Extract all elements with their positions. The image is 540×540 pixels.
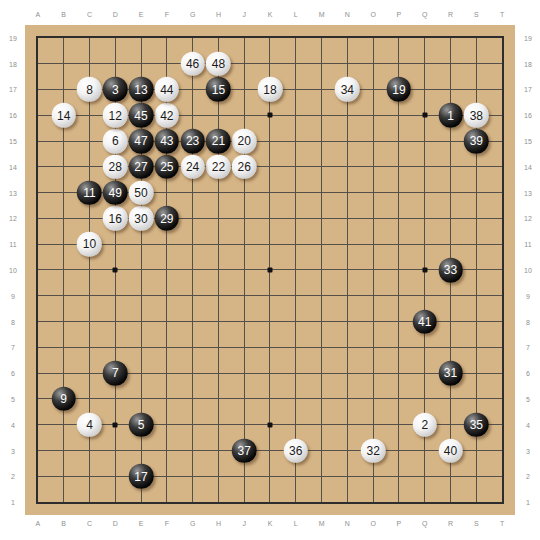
- intersection-J11[interactable]: [231, 231, 257, 257]
- intersection-M10[interactable]: [309, 257, 335, 283]
- intersection-F6[interactable]: [154, 360, 180, 386]
- intersection-R12[interactable]: [438, 206, 464, 232]
- intersection-J1[interactable]: [231, 489, 257, 515]
- intersection-D18[interactable]: [102, 51, 128, 77]
- intersection-P19[interactable]: [386, 25, 412, 51]
- intersection-M9[interactable]: [309, 283, 335, 309]
- intersection-B2[interactable]: [51, 463, 77, 489]
- intersection-O10[interactable]: [360, 257, 386, 283]
- intersection-P9[interactable]: [386, 283, 412, 309]
- intersection-J10[interactable]: [231, 257, 257, 283]
- intersection-G2[interactable]: [180, 463, 206, 489]
- intersection-Q17[interactable]: [412, 77, 438, 103]
- intersection-G16[interactable]: [180, 102, 206, 128]
- intersection-M13[interactable]: [309, 180, 335, 206]
- intersection-O13[interactable]: [360, 180, 386, 206]
- intersection-H3[interactable]: [206, 438, 232, 464]
- intersection-G9[interactable]: [180, 283, 206, 309]
- intersection-J4[interactable]: [231, 412, 257, 438]
- intersection-K5[interactable]: [257, 386, 283, 412]
- intersection-T6[interactable]: [489, 360, 515, 386]
- intersection-D1[interactable]: [102, 489, 128, 515]
- intersection-R11[interactable]: [438, 231, 464, 257]
- intersection-A18[interactable]: [25, 51, 51, 77]
- intersection-P6[interactable]: [386, 360, 412, 386]
- intersection-S13[interactable]: [463, 180, 489, 206]
- intersection-M3[interactable]: [309, 438, 335, 464]
- intersection-T2[interactable]: [489, 463, 515, 489]
- intersection-L19[interactable]: [283, 25, 309, 51]
- intersection-J17[interactable]: [231, 77, 257, 103]
- intersection-N18[interactable]: [334, 51, 360, 77]
- intersection-N15[interactable]: [334, 128, 360, 154]
- intersection-N13[interactable]: [334, 180, 360, 206]
- intersection-P4[interactable]: [386, 412, 412, 438]
- intersection-N12[interactable]: [334, 206, 360, 232]
- intersection-S6[interactable]: [463, 360, 489, 386]
- intersection-Q11[interactable]: [412, 231, 438, 257]
- intersection-L14[interactable]: [283, 154, 309, 180]
- intersection-Q5[interactable]: [412, 386, 438, 412]
- intersection-G5[interactable]: [180, 386, 206, 412]
- intersection-Q2[interactable]: [412, 463, 438, 489]
- intersection-A5[interactable]: [25, 386, 51, 412]
- intersection-S1[interactable]: [463, 489, 489, 515]
- intersection-H11[interactable]: [206, 231, 232, 257]
- intersection-A10[interactable]: [25, 257, 51, 283]
- intersection-Q1[interactable]: [412, 489, 438, 515]
- intersection-H2[interactable]: [206, 463, 232, 489]
- intersection-Q7[interactable]: [412, 334, 438, 360]
- intersection-C9[interactable]: [77, 283, 103, 309]
- intersection-C7[interactable]: [77, 334, 103, 360]
- intersection-E1[interactable]: [128, 489, 154, 515]
- intersection-E3[interactable]: [128, 438, 154, 464]
- intersection-N7[interactable]: [334, 334, 360, 360]
- intersection-O15[interactable]: [360, 128, 386, 154]
- intersection-B12[interactable]: [51, 206, 77, 232]
- intersection-S10[interactable]: [463, 257, 489, 283]
- intersection-C8[interactable]: [77, 309, 103, 335]
- intersection-L5[interactable]: [283, 386, 309, 412]
- intersection-K14[interactable]: [257, 154, 283, 180]
- intersection-H1[interactable]: [206, 489, 232, 515]
- intersection-N4[interactable]: [334, 412, 360, 438]
- intersection-R8[interactable]: [438, 309, 464, 335]
- intersection-C1[interactable]: [77, 489, 103, 515]
- intersection-A11[interactable]: [25, 231, 51, 257]
- intersection-Q18[interactable]: [412, 51, 438, 77]
- intersection-G7[interactable]: [180, 334, 206, 360]
- intersection-T7[interactable]: [489, 334, 515, 360]
- intersection-M5[interactable]: [309, 386, 335, 412]
- intersection-L2[interactable]: [283, 463, 309, 489]
- intersection-C14[interactable]: [77, 154, 103, 180]
- intersection-R2[interactable]: [438, 463, 464, 489]
- intersection-S11[interactable]: [463, 231, 489, 257]
- intersection-J8[interactable]: [231, 309, 257, 335]
- intersection-A17[interactable]: [25, 77, 51, 103]
- intersection-K7[interactable]: [257, 334, 283, 360]
- intersection-P1[interactable]: [386, 489, 412, 515]
- intersection-J16[interactable]: [231, 102, 257, 128]
- intersection-R7[interactable]: [438, 334, 464, 360]
- intersection-T19[interactable]: [489, 25, 515, 51]
- intersection-O18[interactable]: [360, 51, 386, 77]
- intersection-F3[interactable]: [154, 438, 180, 464]
- intersection-O2[interactable]: [360, 463, 386, 489]
- intersection-K2[interactable]: [257, 463, 283, 489]
- intersection-B17[interactable]: [51, 77, 77, 103]
- intersection-F19[interactable]: [154, 25, 180, 51]
- intersection-A12[interactable]: [25, 206, 51, 232]
- intersection-Q13[interactable]: [412, 180, 438, 206]
- intersection-K12[interactable]: [257, 206, 283, 232]
- intersection-Q19[interactable]: [412, 25, 438, 51]
- intersection-O1[interactable]: [360, 489, 386, 515]
- intersection-F18[interactable]: [154, 51, 180, 77]
- intersection-R1[interactable]: [438, 489, 464, 515]
- intersection-O17[interactable]: [360, 77, 386, 103]
- intersection-F9[interactable]: [154, 283, 180, 309]
- intersection-T16[interactable]: [489, 102, 515, 128]
- intersection-N3[interactable]: [334, 438, 360, 464]
- intersection-R14[interactable]: [438, 154, 464, 180]
- intersection-T18[interactable]: [489, 51, 515, 77]
- intersection-J5[interactable]: [231, 386, 257, 412]
- intersection-F5[interactable]: [154, 386, 180, 412]
- intersection-S18[interactable]: [463, 51, 489, 77]
- intersection-G8[interactable]: [180, 309, 206, 335]
- intersection-M11[interactable]: [309, 231, 335, 257]
- intersection-A2[interactable]: [25, 463, 51, 489]
- intersection-T15[interactable]: [489, 128, 515, 154]
- intersection-P13[interactable]: [386, 180, 412, 206]
- intersection-L16[interactable]: [283, 102, 309, 128]
- intersection-A15[interactable]: [25, 128, 51, 154]
- intersection-N10[interactable]: [334, 257, 360, 283]
- intersection-M18[interactable]: [309, 51, 335, 77]
- intersection-P2[interactable]: [386, 463, 412, 489]
- intersection-E6[interactable]: [128, 360, 154, 386]
- intersection-N14[interactable]: [334, 154, 360, 180]
- intersection-B19[interactable]: [51, 25, 77, 51]
- intersection-G12[interactable]: [180, 206, 206, 232]
- intersection-R9[interactable]: [438, 283, 464, 309]
- intersection-B1[interactable]: [51, 489, 77, 515]
- intersection-B7[interactable]: [51, 334, 77, 360]
- intersection-C2[interactable]: [77, 463, 103, 489]
- intersection-P8[interactable]: [386, 309, 412, 335]
- intersection-N19[interactable]: [334, 25, 360, 51]
- intersection-F4[interactable]: [154, 412, 180, 438]
- intersection-N11[interactable]: [334, 231, 360, 257]
- intersection-C3[interactable]: [77, 438, 103, 464]
- intersection-S9[interactable]: [463, 283, 489, 309]
- intersection-P11[interactable]: [386, 231, 412, 257]
- intersection-C18[interactable]: [77, 51, 103, 77]
- intersection-O4[interactable]: [360, 412, 386, 438]
- intersection-E8[interactable]: [128, 309, 154, 335]
- intersection-T14[interactable]: [489, 154, 515, 180]
- intersection-Q3[interactable]: [412, 438, 438, 464]
- intersection-G4[interactable]: [180, 412, 206, 438]
- intersection-L6[interactable]: [283, 360, 309, 386]
- intersection-M17[interactable]: [309, 77, 335, 103]
- intersection-G6[interactable]: [180, 360, 206, 386]
- intersection-O11[interactable]: [360, 231, 386, 257]
- intersection-K9[interactable]: [257, 283, 283, 309]
- intersection-G3[interactable]: [180, 438, 206, 464]
- intersection-B3[interactable]: [51, 438, 77, 464]
- intersection-O12[interactable]: [360, 206, 386, 232]
- intersection-D11[interactable]: [102, 231, 128, 257]
- intersection-S8[interactable]: [463, 309, 489, 335]
- intersection-T5[interactable]: [489, 386, 515, 412]
- intersection-L1[interactable]: [283, 489, 309, 515]
- intersection-D3[interactable]: [102, 438, 128, 464]
- intersection-D7[interactable]: [102, 334, 128, 360]
- intersection-A19[interactable]: [25, 25, 51, 51]
- intersection-F7[interactable]: [154, 334, 180, 360]
- intersection-L8[interactable]: [283, 309, 309, 335]
- intersection-F8[interactable]: [154, 309, 180, 335]
- intersection-S17[interactable]: [463, 77, 489, 103]
- intersection-M14[interactable]: [309, 154, 335, 180]
- intersection-N8[interactable]: [334, 309, 360, 335]
- intersection-E19[interactable]: [128, 25, 154, 51]
- intersection-O7[interactable]: [360, 334, 386, 360]
- intersection-P18[interactable]: [386, 51, 412, 77]
- intersection-H12[interactable]: [206, 206, 232, 232]
- intersection-T13[interactable]: [489, 180, 515, 206]
- intersection-N16[interactable]: [334, 102, 360, 128]
- intersection-H9[interactable]: [206, 283, 232, 309]
- intersection-R15[interactable]: [438, 128, 464, 154]
- intersection-H13[interactable]: [206, 180, 232, 206]
- intersection-K18[interactable]: [257, 51, 283, 77]
- intersection-H7[interactable]: [206, 334, 232, 360]
- intersection-S12[interactable]: [463, 206, 489, 232]
- intersection-B18[interactable]: [51, 51, 77, 77]
- intersection-S14[interactable]: [463, 154, 489, 180]
- intersection-F11[interactable]: [154, 231, 180, 257]
- intersection-A9[interactable]: [25, 283, 51, 309]
- intersection-N5[interactable]: [334, 386, 360, 412]
- intersection-S2[interactable]: [463, 463, 489, 489]
- intersection-P5[interactable]: [386, 386, 412, 412]
- intersection-M19[interactable]: [309, 25, 335, 51]
- intersection-N1[interactable]: [334, 489, 360, 515]
- intersection-R19[interactable]: [438, 25, 464, 51]
- intersection-K19[interactable]: [257, 25, 283, 51]
- intersection-K1[interactable]: [257, 489, 283, 515]
- intersection-J7[interactable]: [231, 334, 257, 360]
- intersection-G10[interactable]: [180, 257, 206, 283]
- intersection-T10[interactable]: [489, 257, 515, 283]
- intersection-B4[interactable]: [51, 412, 77, 438]
- intersection-P3[interactable]: [386, 438, 412, 464]
- intersection-J2[interactable]: [231, 463, 257, 489]
- intersection-Q6[interactable]: [412, 360, 438, 386]
- intersection-Q9[interactable]: [412, 283, 438, 309]
- intersection-O14[interactable]: [360, 154, 386, 180]
- intersection-S7[interactable]: [463, 334, 489, 360]
- intersection-F10[interactable]: [154, 257, 180, 283]
- intersection-A14[interactable]: [25, 154, 51, 180]
- intersection-O19[interactable]: [360, 25, 386, 51]
- intersection-F13[interactable]: [154, 180, 180, 206]
- intersection-M4[interactable]: [309, 412, 335, 438]
- intersection-P14[interactable]: [386, 154, 412, 180]
- intersection-H19[interactable]: [206, 25, 232, 51]
- intersection-A13[interactable]: [25, 180, 51, 206]
- intersection-N6[interactable]: [334, 360, 360, 386]
- intersection-H8[interactable]: [206, 309, 232, 335]
- intersection-G13[interactable]: [180, 180, 206, 206]
- intersection-T17[interactable]: [489, 77, 515, 103]
- intersection-O6[interactable]: [360, 360, 386, 386]
- intersection-K6[interactable]: [257, 360, 283, 386]
- intersection-O5[interactable]: [360, 386, 386, 412]
- intersection-S19[interactable]: [463, 25, 489, 51]
- intersection-J18[interactable]: [231, 51, 257, 77]
- intersection-L15[interactable]: [283, 128, 309, 154]
- intersection-T8[interactable]: [489, 309, 515, 335]
- intersection-K11[interactable]: [257, 231, 283, 257]
- intersection-J19[interactable]: [231, 25, 257, 51]
- intersection-N9[interactable]: [334, 283, 360, 309]
- intersection-C19[interactable]: [77, 25, 103, 51]
- intersection-P16[interactable]: [386, 102, 412, 128]
- intersection-G17[interactable]: [180, 77, 206, 103]
- intersection-C5[interactable]: [77, 386, 103, 412]
- intersection-O16[interactable]: [360, 102, 386, 128]
- intersection-E5[interactable]: [128, 386, 154, 412]
- intersection-P10[interactable]: [386, 257, 412, 283]
- intersection-T12[interactable]: [489, 206, 515, 232]
- intersection-K15[interactable]: [257, 128, 283, 154]
- intersection-R4[interactable]: [438, 412, 464, 438]
- intersection-O8[interactable]: [360, 309, 386, 335]
- intersection-L18[interactable]: [283, 51, 309, 77]
- intersection-H5[interactable]: [206, 386, 232, 412]
- intersection-B14[interactable]: [51, 154, 77, 180]
- intersection-E10[interactable]: [128, 257, 154, 283]
- intersection-C6[interactable]: [77, 360, 103, 386]
- intersection-P12[interactable]: [386, 206, 412, 232]
- intersection-E7[interactable]: [128, 334, 154, 360]
- intersection-C10[interactable]: [77, 257, 103, 283]
- intersection-D2[interactable]: [102, 463, 128, 489]
- intersection-B15[interactable]: [51, 128, 77, 154]
- intersection-P7[interactable]: [386, 334, 412, 360]
- intersection-O9[interactable]: [360, 283, 386, 309]
- intersection-L10[interactable]: [283, 257, 309, 283]
- intersection-S3[interactable]: [463, 438, 489, 464]
- intersection-A6[interactable]: [25, 360, 51, 386]
- intersection-K13[interactable]: [257, 180, 283, 206]
- intersection-H6[interactable]: [206, 360, 232, 386]
- intersection-A8[interactable]: [25, 309, 51, 335]
- intersection-J12[interactable]: [231, 206, 257, 232]
- intersection-M1[interactable]: [309, 489, 335, 515]
- intersection-T9[interactable]: [489, 283, 515, 309]
- intersection-E9[interactable]: [128, 283, 154, 309]
- intersection-M12[interactable]: [309, 206, 335, 232]
- intersection-L12[interactable]: [283, 206, 309, 232]
- intersection-H16[interactable]: [206, 102, 232, 128]
- intersection-J6[interactable]: [231, 360, 257, 386]
- intersection-L7[interactable]: [283, 334, 309, 360]
- intersection-H4[interactable]: [206, 412, 232, 438]
- intersection-K8[interactable]: [257, 309, 283, 335]
- intersection-A1[interactable]: [25, 489, 51, 515]
- go-board[interactable]: 1234567891011121314151617181920212223242…: [25, 25, 515, 515]
- intersection-F2[interactable]: [154, 463, 180, 489]
- intersection-R5[interactable]: [438, 386, 464, 412]
- intersection-G1[interactable]: [180, 489, 206, 515]
- intersection-C12[interactable]: [77, 206, 103, 232]
- intersection-R18[interactable]: [438, 51, 464, 77]
- intersection-L17[interactable]: [283, 77, 309, 103]
- intersection-D9[interactable]: [102, 283, 128, 309]
- intersection-B10[interactable]: [51, 257, 77, 283]
- intersection-D5[interactable]: [102, 386, 128, 412]
- intersection-B11[interactable]: [51, 231, 77, 257]
- intersection-D19[interactable]: [102, 25, 128, 51]
- intersection-K3[interactable]: [257, 438, 283, 464]
- intersection-R13[interactable]: [438, 180, 464, 206]
- intersection-B13[interactable]: [51, 180, 77, 206]
- intersection-C15[interactable]: [77, 128, 103, 154]
- intersection-D8[interactable]: [102, 309, 128, 335]
- intersection-T4[interactable]: [489, 412, 515, 438]
- intersection-J9[interactable]: [231, 283, 257, 309]
- intersection-A16[interactable]: [25, 102, 51, 128]
- intersection-L13[interactable]: [283, 180, 309, 206]
- intersection-M15[interactable]: [309, 128, 335, 154]
- intersection-F1[interactable]: [154, 489, 180, 515]
- intersection-M8[interactable]: [309, 309, 335, 335]
- intersection-B9[interactable]: [51, 283, 77, 309]
- intersection-Q12[interactable]: [412, 206, 438, 232]
- intersection-J13[interactable]: [231, 180, 257, 206]
- intersection-E11[interactable]: [128, 231, 154, 257]
- intersection-T3[interactable]: [489, 438, 515, 464]
- intersection-E18[interactable]: [128, 51, 154, 77]
- intersection-M6[interactable]: [309, 360, 335, 386]
- intersection-L9[interactable]: [283, 283, 309, 309]
- intersection-B8[interactable]: [51, 309, 77, 335]
- intersection-B6[interactable]: [51, 360, 77, 386]
- intersection-T11[interactable]: [489, 231, 515, 257]
- intersection-S5[interactable]: [463, 386, 489, 412]
- intersection-M2[interactable]: [309, 463, 335, 489]
- intersection-L11[interactable]: [283, 231, 309, 257]
- intersection-M7[interactable]: [309, 334, 335, 360]
- intersection-H10[interactable]: [206, 257, 232, 283]
- intersection-A3[interactable]: [25, 438, 51, 464]
- intersection-Q14[interactable]: [412, 154, 438, 180]
- intersection-T1[interactable]: [489, 489, 515, 515]
- intersection-N2[interactable]: [334, 463, 360, 489]
- intersection-C16[interactable]: [77, 102, 103, 128]
- intersection-Q15[interactable]: [412, 128, 438, 154]
- intersection-P15[interactable]: [386, 128, 412, 154]
- intersection-M16[interactable]: [309, 102, 335, 128]
- intersection-A4[interactable]: [25, 412, 51, 438]
